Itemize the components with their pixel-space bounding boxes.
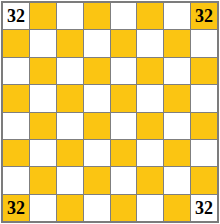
cell-r6c5 <box>111 140 137 166</box>
cell-r7c7 <box>164 167 190 193</box>
cell-r2c5 <box>111 30 137 56</box>
cell-r3c1 <box>3 58 29 84</box>
cell-r3c5 <box>111 58 137 84</box>
cell-r1c6 <box>137 3 163 29</box>
cell-r1c3 <box>57 3 83 29</box>
square-count-label: 32 <box>195 7 213 25</box>
cell-r6c7 <box>164 140 190 166</box>
cell-r5c6 <box>137 113 163 139</box>
diagram-canvas: 32323232 <box>0 0 220 224</box>
cell-r5c2 <box>30 113 56 139</box>
cell-r7c8 <box>191 167 217 193</box>
cell-r7c6 <box>137 167 163 193</box>
cell-r4c7 <box>164 85 190 111</box>
checkerboard: 32323232 <box>1 1 219 223</box>
cell-r6c2 <box>30 140 56 166</box>
cell-r6c6 <box>137 140 163 166</box>
cell-r7c1 <box>3 167 29 193</box>
square-count-label: 32 <box>7 7 25 25</box>
cell-r3c8 <box>191 58 217 84</box>
square-count-label: 32 <box>7 199 25 217</box>
cell-r7c3 <box>57 167 83 193</box>
cell-r3c6 <box>137 58 163 84</box>
cell-r3c3 <box>57 58 83 84</box>
cell-r3c2 <box>30 58 56 84</box>
cell-r2c1 <box>3 30 29 56</box>
cell-r2c8 <box>191 30 217 56</box>
cell-r6c4 <box>84 140 110 166</box>
cell-r1c8: 32 <box>191 3 217 29</box>
cell-r2c2 <box>30 30 56 56</box>
cell-r5c4 <box>84 113 110 139</box>
cell-r3c4 <box>84 58 110 84</box>
cell-r4c1 <box>3 85 29 111</box>
cell-r8c3 <box>57 195 83 221</box>
cell-r2c4 <box>84 30 110 56</box>
cell-r6c8 <box>191 140 217 166</box>
cell-r1c4 <box>84 3 110 29</box>
cell-r1c2 <box>30 3 56 29</box>
cell-r7c5 <box>111 167 137 193</box>
cell-r4c8 <box>191 85 217 111</box>
cell-r4c3 <box>57 85 83 111</box>
cell-r1c5 <box>111 3 137 29</box>
cell-r5c8 <box>191 113 217 139</box>
cell-r4c6 <box>137 85 163 111</box>
cell-r2c7 <box>164 30 190 56</box>
cell-r5c5 <box>111 113 137 139</box>
cell-r8c6 <box>137 195 163 221</box>
cell-r5c3 <box>57 113 83 139</box>
cell-r8c8: 32 <box>191 195 217 221</box>
cell-r8c7 <box>164 195 190 221</box>
cell-r5c1 <box>3 113 29 139</box>
cell-r2c6 <box>137 30 163 56</box>
square-count-label: 32 <box>195 199 213 217</box>
cell-r4c5 <box>111 85 137 111</box>
cell-r7c4 <box>84 167 110 193</box>
cell-r4c4 <box>84 85 110 111</box>
cell-r6c1 <box>3 140 29 166</box>
cell-r8c4 <box>84 195 110 221</box>
cell-r1c1: 32 <box>3 3 29 29</box>
cell-r7c2 <box>30 167 56 193</box>
cell-r6c3 <box>57 140 83 166</box>
cell-r8c5 <box>111 195 137 221</box>
cell-r2c3 <box>57 30 83 56</box>
cell-r5c7 <box>164 113 190 139</box>
cell-r8c1: 32 <box>3 195 29 221</box>
cell-r3c7 <box>164 58 190 84</box>
cell-r8c2 <box>30 195 56 221</box>
cell-r4c2 <box>30 85 56 111</box>
cell-r1c7 <box>164 3 190 29</box>
